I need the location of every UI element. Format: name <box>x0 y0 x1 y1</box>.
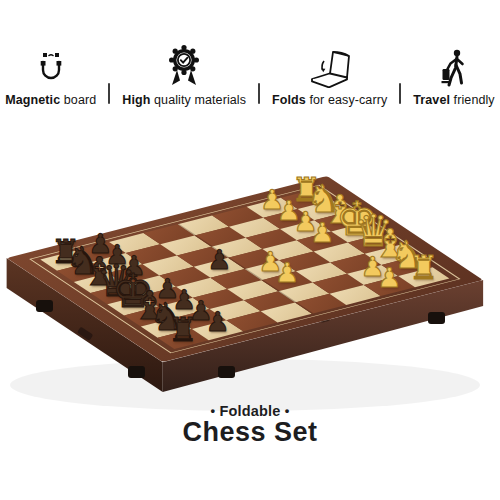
product-image: { "features": { "items": [ {"icon": "mag… <box>0 0 500 500</box>
tagline-bullet: • <box>285 403 290 418</box>
product-title: Chess Set <box>0 417 500 448</box>
tagline-bullet: • <box>210 403 215 418</box>
